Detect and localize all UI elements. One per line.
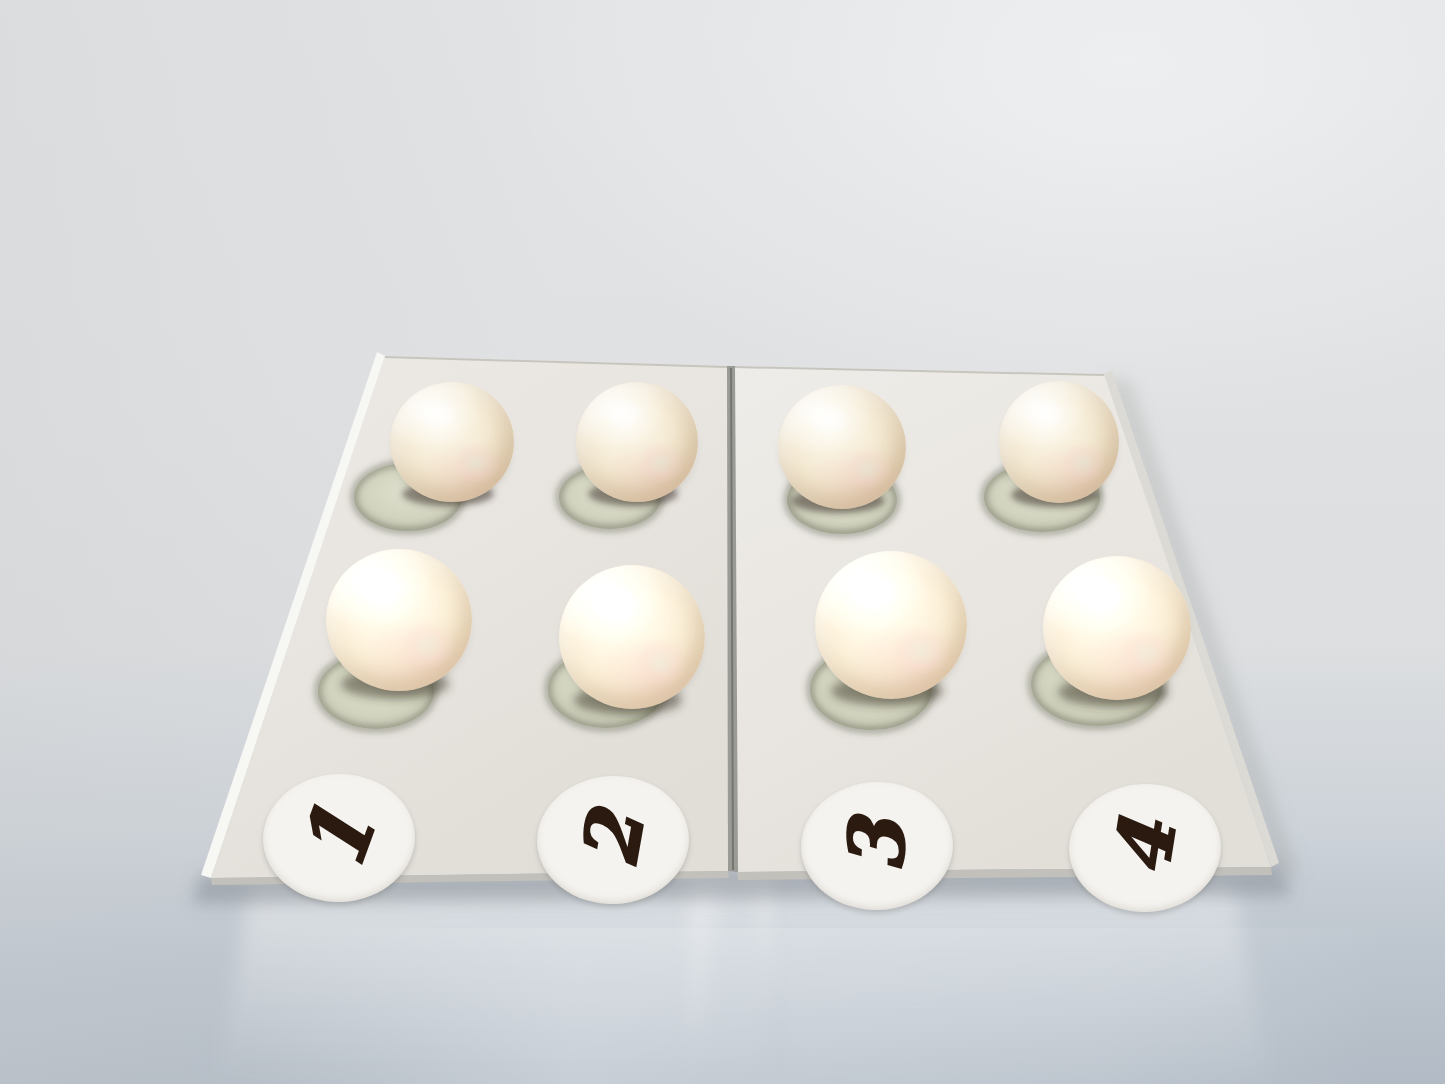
label-number-3: 3	[838, 818, 916, 874]
trays-graphic	[0, 0, 1445, 1084]
pearl-r1c3	[778, 385, 906, 509]
pearl-r2c1	[326, 549, 472, 691]
pearl-r2c2	[559, 565, 705, 709]
pearl-r2c4	[1043, 556, 1191, 700]
pearl-r1c4	[999, 381, 1119, 503]
pearl-r2c3	[815, 551, 967, 699]
label-number-2: 2	[571, 807, 655, 872]
label-number-4: 4	[1103, 816, 1186, 880]
label-number-1: 1	[290, 799, 388, 878]
photo-stage: 1 2 3 4	[0, 0, 1445, 1084]
pearl-r1c1	[390, 382, 514, 502]
pearl-r1c2	[576, 382, 698, 502]
